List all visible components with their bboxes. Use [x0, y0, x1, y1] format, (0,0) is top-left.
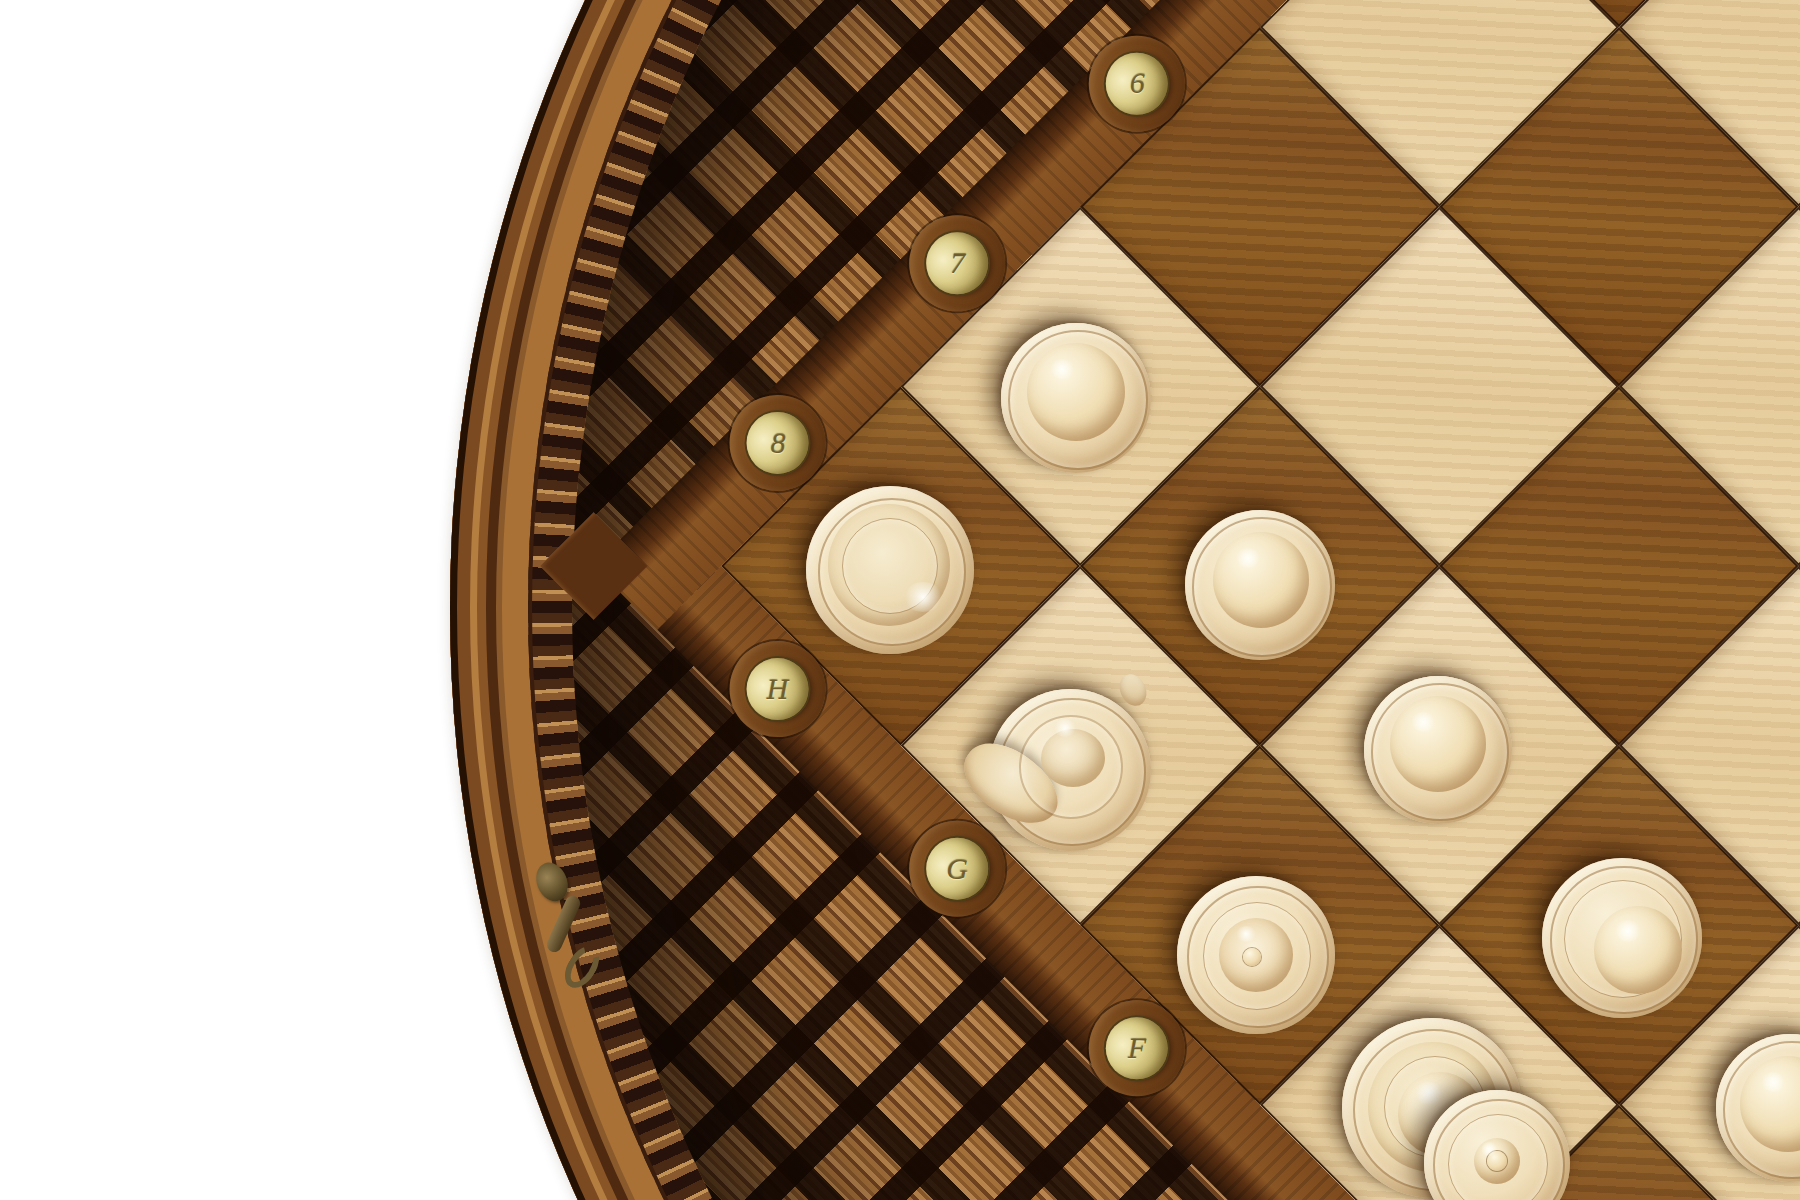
piece-white-rook-h8[interactable]: ♖ — [806, 486, 974, 654]
piece-white-knight-g8[interactable]: ♘ — [989, 689, 1151, 851]
piece-white-pawn-f7[interactable]: ♙ — [1364, 676, 1512, 824]
piece-white-pawn-g7[interactable]: ♙ — [1185, 510, 1335, 660]
piece-white-pawn-h7[interactable]: ♙ — [1001, 323, 1151, 473]
piece-white-bishop-f8[interactable]: ♗ — [1177, 876, 1335, 1034]
piece-white-pawn-e7[interactable]: ♙ — [1542, 858, 1702, 1018]
